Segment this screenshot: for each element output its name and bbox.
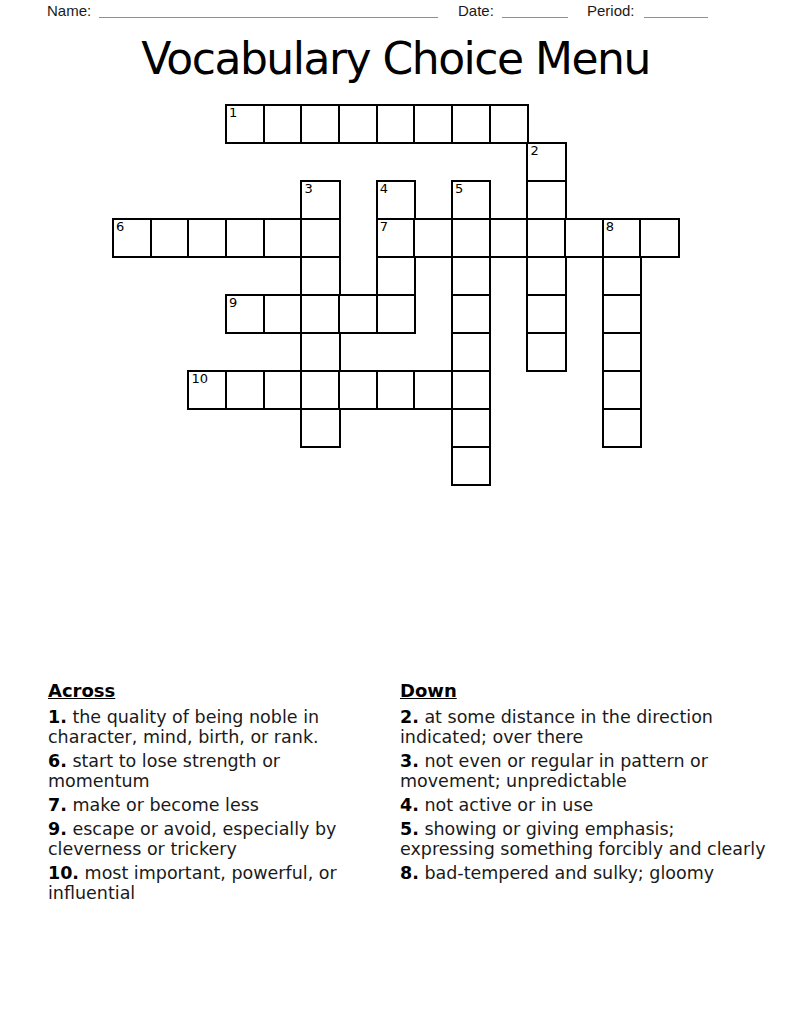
grid-cell[interactable] (526, 218, 566, 259)
grid-cell[interactable] (451, 294, 491, 335)
grid-cell[interactable] (602, 332, 642, 373)
down-clue-3: 3. not even or regular in pattern or mov… (400, 751, 768, 791)
down-clue-5: 5. showing or giving emphasis; expressin… (400, 819, 768, 859)
grid-cell[interactable] (451, 446, 491, 487)
grid-cell[interactable] (300, 256, 340, 297)
clue-number: 3. (400, 751, 419, 771)
clue-number: 1. (48, 707, 67, 727)
grid-cell[interactable] (263, 218, 303, 259)
grid-cell[interactable] (263, 370, 303, 411)
cell-number: 8 (604, 220, 640, 234)
grid-cell[interactable]: 6 (112, 218, 152, 259)
grid-cell[interactable] (300, 104, 340, 145)
clue-number: 4. (400, 795, 419, 815)
grid-cell[interactable] (300, 294, 340, 335)
cell-number: 2 (528, 144, 564, 158)
across-clue-10: 10. most important, powerful, or influen… (48, 863, 378, 903)
grid-cell[interactable] (413, 370, 453, 411)
clue-number: 10. (48, 863, 79, 883)
grid-cell[interactable] (451, 408, 491, 449)
grid-cell[interactable] (526, 332, 566, 373)
grid-cell[interactable] (150, 218, 190, 259)
crossword-grid: 12345678910 (0, 0, 791, 520)
grid-cell[interactable] (602, 408, 642, 449)
across-clue-6: 6. start to lose strength or momentum (48, 751, 378, 791)
grid-cell[interactable] (451, 370, 491, 411)
clue-number: 9. (48, 819, 67, 839)
grid-cell[interactable] (300, 370, 340, 411)
across-clue-9: 9. escape or avoid, especially by clever… (48, 819, 378, 859)
grid-cell[interactable]: 2 (526, 142, 566, 183)
across-heading: Across (48, 681, 378, 701)
across-clues-section: Across 1. the quality of being noble in … (48, 681, 378, 907)
worksheet-page: Name: Date: Period: Vocabulary Choice Me… (0, 0, 791, 1024)
clue-number: 8. (400, 863, 419, 883)
grid-cell[interactable] (413, 104, 453, 145)
grid-cell[interactable]: 8 (602, 218, 642, 259)
grid-cell[interactable] (338, 370, 378, 411)
grid-cell[interactable] (263, 294, 303, 335)
cell-number: 4 (378, 182, 414, 196)
grid-cell[interactable] (526, 256, 566, 297)
grid-cell[interactable] (300, 218, 340, 259)
cell-number: 7 (378, 220, 414, 234)
grid-cell[interactable] (489, 218, 529, 259)
grid-cell[interactable] (263, 104, 303, 145)
grid-cell[interactable] (413, 218, 453, 259)
grid-cell[interactable] (489, 104, 529, 145)
grid-cell[interactable] (187, 218, 227, 259)
grid-cell[interactable]: 4 (376, 180, 416, 221)
cell-number: 9 (227, 296, 263, 310)
down-clue-list: 2. at some distance in the direction ind… (400, 707, 768, 883)
clue-number: 7. (48, 795, 67, 815)
down-clue-8: 8. bad-tempered and sulky; gloomy (400, 863, 768, 883)
grid-cell[interactable]: 1 (225, 104, 265, 145)
grid-cell[interactable] (225, 370, 265, 411)
grid-cell[interactable] (338, 104, 378, 145)
grid-cell[interactable] (451, 256, 491, 297)
down-clues-section: Down 2. at some distance in the directio… (400, 681, 768, 887)
grid-cell[interactable] (376, 294, 416, 335)
down-clue-2: 2. at some distance in the direction ind… (400, 707, 768, 747)
grid-cell[interactable]: 10 (187, 370, 227, 411)
grid-cell[interactable] (526, 180, 566, 221)
grid-cell[interactable] (602, 370, 642, 411)
down-clue-4: 4. not active or in use (400, 795, 768, 815)
across-clue-1: 1. the quality of being noble in charact… (48, 707, 378, 747)
grid-cell[interactable]: 5 (451, 180, 491, 221)
grid-cell[interactable]: 7 (376, 218, 416, 259)
grid-cell[interactable] (602, 256, 642, 297)
grid-cell[interactable] (451, 218, 491, 259)
across-clue-7: 7. make or become less (48, 795, 378, 815)
down-heading: Down (400, 681, 768, 701)
grid-cell[interactable] (300, 332, 340, 373)
grid-cell[interactable] (338, 294, 378, 335)
grid-cell[interactable]: 3 (300, 180, 340, 221)
grid-cell[interactable]: 9 (225, 294, 265, 335)
grid-cell[interactable] (564, 218, 604, 259)
grid-cell[interactable] (602, 294, 642, 335)
across-clue-list: 1. the quality of being noble in charact… (48, 707, 378, 903)
cell-number: 10 (189, 372, 225, 386)
grid-cell[interactable] (300, 408, 340, 449)
clue-number: 6. (48, 751, 67, 771)
grid-cell[interactable] (526, 294, 566, 335)
clue-number: 2. (400, 707, 419, 727)
grid-cell[interactable] (225, 218, 265, 259)
grid-cell[interactable] (376, 256, 416, 297)
cell-number: 3 (302, 182, 338, 196)
grid-cell[interactable] (376, 370, 416, 411)
grid-cell[interactable] (376, 104, 416, 145)
cell-number: 6 (114, 220, 150, 234)
cell-number: 1 (227, 106, 263, 120)
cell-number: 5 (453, 182, 489, 196)
clue-number: 5. (400, 819, 419, 839)
grid-cell[interactable] (639, 218, 679, 259)
grid-cell[interactable] (451, 332, 491, 373)
grid-cell[interactable] (451, 104, 491, 145)
